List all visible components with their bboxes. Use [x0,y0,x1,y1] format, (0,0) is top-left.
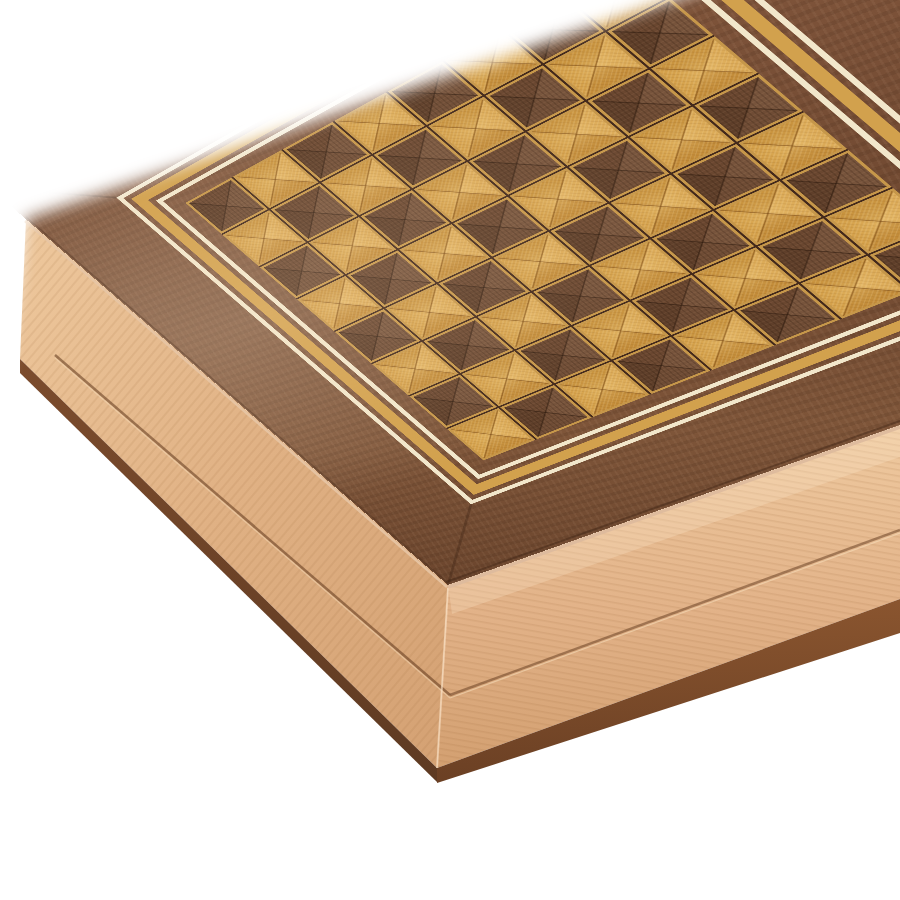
chessboard-box-photo [0,0,900,900]
white-fade-overlay [0,0,900,900]
fade-polygon [0,0,900,700]
